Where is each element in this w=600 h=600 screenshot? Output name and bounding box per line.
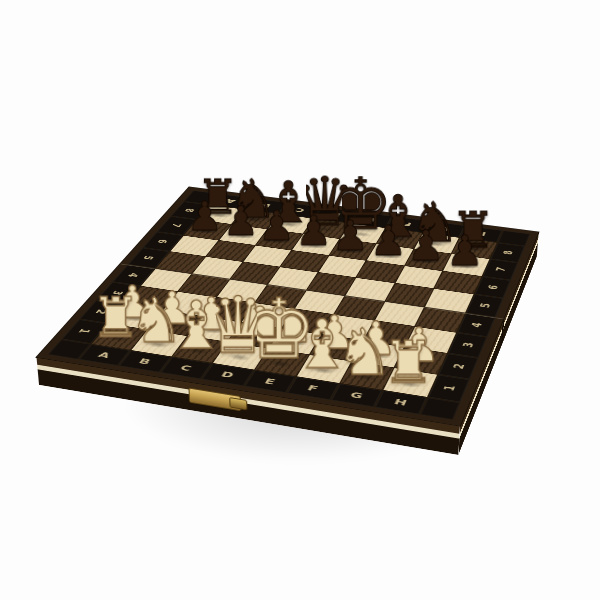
- clasp-hook-icon: [229, 397, 247, 410]
- file-label-text: F: [402, 221, 413, 228]
- rank-label-text: 8: [182, 208, 198, 213]
- file-label-text: H: [475, 230, 488, 237]
- brass-clasp: [188, 388, 241, 412]
- white-rook-h1[interactable]: ♜: [386, 284, 431, 386]
- chess-scene: ABCDEFGH8877665544332211ABCDEFGH ♜♞♝♛♚♝♞…: [37, 187, 539, 426]
- file-label-text: G: [438, 226, 451, 233]
- white-knight-g1[interactable]: ♞: [343, 278, 387, 380]
- file-label-text: E: [366, 216, 377, 223]
- rank-label-text: 7: [492, 266, 508, 272]
- rank-label-text: 6: [484, 284, 500, 290]
- white-rook-icon: ♜: [382, 333, 434, 391]
- file-label-text: B: [259, 203, 272, 210]
- product-photo-stage: ABCDEFGH8877665544332211ABCDEFGH ♜♞♝♛♚♝♞…: [0, 0, 600, 600]
- rank-label-text: 7: [169, 223, 185, 228]
- file-label-text: C: [294, 207, 306, 214]
- file-label-text: A: [224, 198, 237, 205]
- file-label-text: D: [329, 212, 342, 219]
- rank-label-text: 8: [500, 250, 516, 256]
